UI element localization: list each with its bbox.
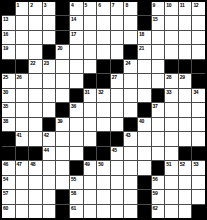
grid-cell[interactable]: 25: [2, 74, 15, 87]
grid-cell[interactable]: [43, 161, 56, 174]
grid-cell[interactable]: [111, 103, 124, 116]
grid-cell[interactable]: 44: [43, 147, 56, 160]
grid-cell[interactable]: [165, 16, 178, 29]
grid-cell[interactable]: 32: [97, 89, 110, 102]
clue-number: 24: [125, 60, 130, 66]
grid-cell[interactable]: [192, 118, 205, 131]
clue-number: 25: [3, 74, 8, 80]
block-cell: [97, 60, 110, 73]
grid-cell[interactable]: [16, 190, 29, 203]
grid-cell[interactable]: 9: [152, 2, 165, 15]
grid-cell[interactable]: [165, 205, 178, 218]
grid-cell[interactable]: [111, 16, 124, 29]
clue-number: 49: [85, 161, 90, 167]
block-cell: [111, 60, 124, 73]
grid-cell[interactable]: 11: [179, 2, 192, 15]
grid-cell[interactable]: [84, 118, 97, 131]
grid-cell[interactable]: [97, 45, 110, 58]
grid-cell[interactable]: 8: [124, 2, 137, 15]
grid-cell[interactable]: 33: [165, 89, 178, 102]
block-cell: [56, 205, 69, 218]
clue-number: 13: [3, 16, 8, 22]
grid-cell[interactable]: 19: [2, 45, 15, 58]
clue-number: 50: [98, 161, 103, 167]
grid-cell[interactable]: 43: [124, 132, 137, 145]
clue-number: 14: [71, 16, 76, 22]
grid-cell[interactable]: [56, 74, 69, 87]
grid-cell[interactable]: [84, 205, 97, 218]
grid-cell[interactable]: 5: [84, 2, 97, 15]
grid-cell[interactable]: [111, 45, 124, 58]
grid-cell[interactable]: [70, 60, 83, 73]
grid-cell[interactable]: [179, 205, 192, 218]
grid-cell[interactable]: [84, 190, 97, 203]
grid-cell[interactable]: [111, 190, 124, 203]
grid-cell[interactable]: [179, 103, 192, 116]
grid-cell[interactable]: [179, 118, 192, 131]
grid-cell[interactable]: [138, 161, 151, 174]
grid-cell[interactable]: [29, 45, 42, 58]
grid-cell[interactable]: [16, 45, 29, 58]
grid-cell[interactable]: [97, 31, 110, 44]
grid-cell[interactable]: [29, 176, 42, 189]
grid-cell[interactable]: [70, 118, 83, 131]
block-cell: [138, 176, 151, 189]
grid-cell[interactable]: [29, 205, 42, 218]
clue-number: 20: [57, 45, 62, 51]
clue-number: 47: [17, 161, 22, 167]
block-cell: [138, 2, 151, 15]
block-cell: [70, 161, 83, 174]
block-cell: [97, 147, 110, 160]
grid-cell[interactable]: 60: [2, 205, 15, 218]
grid-cell[interactable]: [152, 74, 165, 87]
grid-cell[interactable]: [43, 89, 56, 102]
block-cell: [56, 2, 69, 15]
clue-number: 58: [71, 190, 76, 196]
crossword-puzzle: 1234567891011121314151617181920212223242…: [0, 0, 207, 220]
grid-cell[interactable]: 20: [56, 45, 69, 58]
grid-cell[interactable]: [29, 89, 42, 102]
grid-cell[interactable]: [152, 132, 165, 145]
grid-cell[interactable]: [97, 176, 110, 189]
grid-cell[interactable]: 61: [70, 205, 83, 218]
grid-cell[interactable]: [124, 31, 137, 44]
clue-number: 23: [44, 60, 49, 66]
clue-number: 6: [98, 2, 100, 8]
clue-number: 4: [71, 2, 73, 8]
clue-number: 16: [3, 31, 8, 37]
grid-cell[interactable]: [97, 118, 110, 131]
grid-cell[interactable]: [56, 176, 69, 189]
clue-number: 27: [112, 74, 117, 80]
grid-cell[interactable]: [192, 16, 205, 29]
block-cell: [152, 89, 165, 102]
grid-cell[interactable]: [56, 147, 69, 160]
grid-cell[interactable]: [111, 176, 124, 189]
block-cell: [2, 132, 15, 145]
grid-cell[interactable]: [124, 147, 137, 160]
clue-number: 26: [17, 74, 22, 80]
clue-number: 7: [112, 2, 114, 8]
grid-cell[interactable]: [84, 31, 97, 44]
clue-number: 15: [153, 16, 158, 22]
block-cell: [138, 190, 151, 203]
grid-cell[interactable]: [97, 205, 110, 218]
grid-cell[interactable]: [70, 147, 83, 160]
block-cell: [165, 60, 178, 73]
grid-cell[interactable]: [97, 103, 110, 116]
grid-cell[interactable]: 37: [152, 103, 165, 116]
clue-number: 59: [153, 190, 158, 196]
grid-cell[interactable]: [56, 60, 69, 73]
block-cell: [192, 74, 205, 87]
grid-cell[interactable]: [179, 132, 192, 145]
grid-cell[interactable]: [56, 89, 69, 102]
grid-cell[interactable]: 27: [111, 74, 124, 87]
grid-cell[interactable]: 31: [84, 89, 97, 102]
grid-cell[interactable]: [192, 31, 205, 44]
grid-cell[interactable]: 59: [152, 190, 165, 203]
grid-cell[interactable]: [165, 103, 178, 116]
grid-cell[interactable]: [29, 16, 42, 29]
clue-number: 55: [71, 176, 76, 182]
grid-cell[interactable]: [16, 205, 29, 218]
grid-cell[interactable]: 28: [165, 74, 178, 87]
grid-cell[interactable]: [192, 103, 205, 116]
clue-number: 22: [30, 60, 35, 66]
grid-cell[interactable]: 38: [2, 118, 15, 131]
grid-cell[interactable]: [179, 190, 192, 203]
grid-cell[interactable]: [70, 74, 83, 87]
grid-cell[interactable]: [43, 190, 56, 203]
clue-number: 31: [85, 89, 90, 95]
block-cell: [84, 147, 97, 160]
grid-cell[interactable]: [97, 16, 110, 29]
block-cell: [179, 147, 192, 160]
grid-cell[interactable]: 14: [70, 16, 83, 29]
grid-cell[interactable]: [165, 118, 178, 131]
grid-cell[interactable]: 53: [192, 161, 205, 174]
grid-cell[interactable]: [111, 31, 124, 44]
clue-number: 9: [153, 2, 155, 8]
clue-number: 43: [125, 132, 130, 138]
grid-cell[interactable]: [124, 89, 137, 102]
grid-cell[interactable]: [179, 16, 192, 29]
grid-cell[interactable]: [124, 176, 137, 189]
grid-cell[interactable]: [124, 16, 137, 29]
clue-number: 35: [3, 103, 8, 109]
block-cell: [192, 205, 205, 218]
grid-cell[interactable]: 4: [70, 2, 83, 15]
grid-cell[interactable]: [70, 132, 83, 145]
grid-cell[interactable]: [29, 31, 42, 44]
block-cell: [56, 31, 69, 44]
grid-cell[interactable]: 26: [16, 74, 29, 87]
clue-number: 53: [193, 161, 198, 167]
grid-cell[interactable]: 16: [2, 31, 15, 44]
grid-cell[interactable]: 2: [29, 2, 42, 15]
clue-number: 19: [3, 45, 8, 51]
grid-cell[interactable]: 21: [138, 45, 151, 58]
grid-cell[interactable]: [152, 147, 165, 160]
grid-cell[interactable]: [152, 118, 165, 131]
clue-number: 39: [57, 118, 62, 124]
grid-cell[interactable]: [16, 176, 29, 189]
clue-number: 37: [153, 103, 158, 109]
clue-number: 45: [112, 147, 117, 153]
clue-number: 56: [153, 176, 158, 182]
block-cell: [124, 118, 137, 131]
grid-cell[interactable]: [56, 132, 69, 145]
block-cell: [2, 147, 15, 160]
grid-cell[interactable]: 30: [2, 89, 15, 102]
grid-cell[interactable]: [124, 205, 137, 218]
grid-cell[interactable]: [165, 147, 178, 160]
grid-cell[interactable]: [16, 103, 29, 116]
block-cell: [2, 60, 15, 73]
grid-cell[interactable]: [138, 132, 151, 145]
grid-cell[interactable]: [179, 45, 192, 58]
block-cell: [43, 45, 56, 58]
clue-number: 54: [3, 176, 8, 182]
grid-cell[interactable]: [152, 45, 165, 58]
grid-cell[interactable]: 3: [43, 2, 56, 15]
block-cell: [138, 205, 151, 218]
grid-cell[interactable]: 49: [84, 161, 97, 174]
grid-cell[interactable]: 7: [111, 2, 124, 15]
grid-cell[interactable]: [111, 161, 124, 174]
grid-cell[interactable]: 62: [152, 205, 165, 218]
grid-cell[interactable]: [124, 190, 137, 203]
clue-number: 41: [17, 132, 22, 138]
grid-cell[interactable]: [29, 118, 42, 131]
grid-cell[interactable]: [165, 45, 178, 58]
grid-cell[interactable]: 56: [152, 176, 165, 189]
grid-cell[interactable]: 24: [124, 60, 137, 73]
clue-number: 21: [139, 45, 144, 51]
grid-cell[interactable]: [16, 31, 29, 44]
block-cell: [43, 118, 56, 131]
grid-cell[interactable]: 15: [152, 16, 165, 29]
grid-cell[interactable]: 40: [138, 118, 151, 131]
grid-cell[interactable]: 35: [2, 103, 15, 116]
clue-number: 38: [3, 118, 8, 124]
clue-number: 34: [193, 89, 198, 95]
grid-cell[interactable]: [29, 132, 42, 145]
grid-cell[interactable]: 18: [138, 31, 151, 44]
grid-cell[interactable]: [16, 89, 29, 102]
clue-number: 32: [98, 89, 103, 95]
grid-cell[interactable]: [192, 176, 205, 189]
grid-cell[interactable]: [138, 60, 151, 73]
grid-cell[interactable]: [138, 74, 151, 87]
block-cell: [124, 45, 137, 58]
grid-cell[interactable]: 46: [2, 161, 15, 174]
grid-cell[interactable]: 50: [97, 161, 110, 174]
clue-number: 42: [44, 132, 49, 138]
grid-cell[interactable]: 36: [70, 103, 83, 116]
clue-number: 62: [153, 205, 158, 211]
clue-number: 3: [44, 2, 46, 8]
grid-cell[interactable]: 52: [179, 161, 192, 174]
clue-number: 46: [3, 161, 8, 167]
grid-cell[interactable]: [111, 205, 124, 218]
grid-cell[interactable]: [84, 132, 97, 145]
grid-cell[interactable]: [179, 89, 192, 102]
grid-cell[interactable]: 10: [165, 2, 178, 15]
grid-cell[interactable]: [56, 161, 69, 174]
grid-cell[interactable]: [84, 60, 97, 73]
block-cell: [84, 74, 97, 87]
grid-cell[interactable]: [84, 103, 97, 116]
grid-cell[interactable]: [43, 176, 56, 189]
grid-cell[interactable]: [70, 45, 83, 58]
grid-cell[interactable]: [29, 190, 42, 203]
clue-number: 33: [166, 89, 171, 95]
grid-cell[interactable]: [138, 147, 151, 160]
grid-cell[interactable]: [43, 205, 56, 218]
clue-number: 48: [30, 161, 35, 167]
clue-number: 51: [166, 161, 171, 167]
block-cell: [97, 74, 110, 87]
grid-cell[interactable]: [165, 176, 178, 189]
grid-cell[interactable]: 39: [56, 118, 69, 131]
grid-cell[interactable]: [124, 74, 137, 87]
grid-cell[interactable]: 45: [111, 147, 124, 160]
block-cell: [192, 147, 205, 160]
grid-cell[interactable]: [165, 132, 178, 145]
clue-number: 57: [3, 190, 8, 196]
grid-cell[interactable]: 42: [43, 132, 56, 145]
grid-cell[interactable]: 47: [16, 161, 29, 174]
clue-number: 52: [180, 161, 185, 167]
clue-number: 17: [71, 31, 76, 37]
block-cell: [56, 103, 69, 116]
clue-number: 61: [71, 205, 76, 211]
grid-cell[interactable]: 12: [192, 2, 205, 15]
grid-cell[interactable]: [192, 45, 205, 58]
grid-cell[interactable]: [43, 16, 56, 29]
block-cell: [16, 147, 29, 160]
block-cell: [29, 147, 42, 160]
grid-cell[interactable]: 57: [2, 190, 15, 203]
grid-cell[interactable]: 29: [179, 74, 192, 87]
grid-cell[interactable]: [152, 31, 165, 44]
clue-number: 40: [139, 118, 144, 124]
grid-cell[interactable]: 1: [16, 2, 29, 15]
block-cell: [2, 2, 15, 15]
grid-cell[interactable]: [16, 16, 29, 29]
clue-number: 10: [166, 2, 171, 8]
grid-cell[interactable]: 6: [97, 2, 110, 15]
grid-cell[interactable]: [152, 60, 165, 73]
clue-number: 1: [17, 2, 19, 8]
grid-cell[interactable]: [84, 45, 97, 58]
clue-number: 12: [193, 2, 198, 8]
grid-cell[interactable]: 55: [70, 176, 83, 189]
block-cell: [179, 60, 192, 73]
block-cell: [70, 89, 83, 102]
grid-cell[interactable]: 34: [192, 89, 205, 102]
grid-cell[interactable]: [192, 132, 205, 145]
grid-cell[interactable]: [124, 161, 137, 174]
crossword-board: 1234567891011121314151617181920212223242…: [0, 0, 207, 220]
grid-cell[interactable]: 13: [2, 16, 15, 29]
block-cell: [56, 16, 69, 29]
grid-cell[interactable]: [84, 16, 97, 29]
grid-cell[interactable]: [124, 103, 137, 116]
block-cell: [138, 16, 151, 29]
clue-number: 29: [180, 74, 185, 80]
clue-number: 5: [85, 2, 87, 8]
grid-cell[interactable]: [43, 31, 56, 44]
clue-number: 28: [166, 74, 171, 80]
grid-cell[interactable]: 22: [29, 60, 42, 73]
clue-number: 30: [3, 89, 8, 95]
block-cell: [138, 103, 151, 116]
grid-cell[interactable]: [192, 190, 205, 203]
clue-number: 60: [3, 205, 8, 211]
grid-cell[interactable]: 23: [43, 60, 56, 73]
block-cell: [152, 161, 165, 174]
grid-cell[interactable]: [43, 74, 56, 87]
block-cell: [16, 60, 29, 73]
clue-number: 2: [30, 2, 32, 8]
grid-cell[interactable]: [165, 190, 178, 203]
grid-cell[interactable]: [16, 118, 29, 131]
grid-cell[interactable]: 54: [2, 176, 15, 189]
block-cell: [97, 132, 110, 145]
grid-cell[interactable]: 17: [70, 31, 83, 44]
grid-cell[interactable]: [29, 103, 42, 116]
clue-number: 18: [139, 31, 144, 37]
block-cell: [111, 132, 124, 145]
grid-cell[interactable]: [43, 103, 56, 116]
grid-cell[interactable]: [97, 190, 110, 203]
grid-cell[interactable]: 51: [165, 161, 178, 174]
grid-cell[interactable]: 41: [16, 132, 29, 145]
grid-cell[interactable]: [111, 118, 124, 131]
grid-cell[interactable]: 48: [29, 161, 42, 174]
grid-cell[interactable]: [179, 31, 192, 44]
clue-number: 44: [44, 147, 49, 153]
grid-cell[interactable]: [165, 31, 178, 44]
clue-number: 8: [125, 2, 127, 8]
clue-number: 36: [71, 103, 76, 109]
grid-cell[interactable]: 58: [70, 190, 83, 203]
grid-cell[interactable]: [84, 176, 97, 189]
grid-cell[interactable]: [111, 89, 124, 102]
block-cell: [56, 190, 69, 203]
block-cell: [192, 60, 205, 73]
grid-cell[interactable]: [179, 176, 192, 189]
grid-cell[interactable]: [138, 89, 151, 102]
clue-number: 11: [180, 2, 185, 8]
grid-cell[interactable]: [29, 74, 42, 87]
